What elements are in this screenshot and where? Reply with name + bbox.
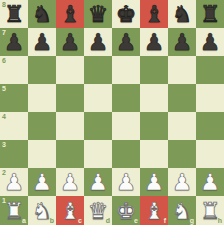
square-c6[interactable] [56, 56, 84, 84]
square-e4[interactable] [112, 112, 140, 140]
square-a3[interactable]: 3 [0, 140, 28, 168]
square-f7[interactable]: ♟ [140, 28, 168, 56]
square-d6[interactable] [84, 56, 112, 84]
piece-white-knight-g1[interactable]: ♞ [168, 196, 196, 225]
square-e6[interactable] [112, 56, 140, 84]
piece-white-pawn-d2[interactable]: ♟ [84, 168, 112, 196]
square-g5[interactable] [168, 84, 196, 112]
piece-black-pawn-f7[interactable]: ♟ [140, 28, 168, 56]
square-b7[interactable]: ♟ [28, 28, 56, 56]
piece-white-knight-b1[interactable]: ♞ [28, 196, 56, 225]
square-g7[interactable]: ♟ [168, 28, 196, 56]
square-h6[interactable] [196, 56, 224, 84]
piece-white-pawn-h2[interactable]: ♟ [196, 168, 224, 196]
square-d2[interactable]: ♟ [84, 168, 112, 196]
piece-black-knight-b8[interactable]: ♞ [28, 0, 56, 28]
square-b1[interactable]: b♞ [28, 196, 56, 225]
square-e3[interactable] [112, 140, 140, 168]
piece-black-rook-h8[interactable]: ♜ [196, 0, 224, 28]
piece-white-rook-a1[interactable]: ♜ [0, 196, 28, 225]
square-a6[interactable]: 6 [0, 56, 28, 84]
square-g8[interactable]: ♞ [168, 0, 196, 28]
piece-black-bishop-c8[interactable]: ♝ [56, 0, 84, 28]
square-f5[interactable] [140, 84, 168, 112]
square-c1[interactable]: c♝ [56, 196, 84, 225]
piece-black-pawn-b7[interactable]: ♟ [28, 28, 56, 56]
piece-white-pawn-a2[interactable]: ♟ [0, 168, 28, 196]
piece-white-pawn-e2[interactable]: ♟ [112, 168, 140, 196]
rank-label-5: 5 [2, 85, 6, 92]
square-d4[interactable] [84, 112, 112, 140]
square-c4[interactable] [56, 112, 84, 140]
square-b6[interactable] [28, 56, 56, 84]
square-h8[interactable]: ♜ [196, 0, 224, 28]
piece-black-pawn-a7[interactable]: ♟ [0, 28, 28, 56]
piece-black-pawn-g7[interactable]: ♟ [168, 28, 196, 56]
square-a8[interactable]: 8♜ [0, 0, 28, 28]
square-b3[interactable] [28, 140, 56, 168]
square-g1[interactable]: g♞ [168, 196, 196, 225]
piece-black-pawn-d7[interactable]: ♟ [84, 28, 112, 56]
piece-black-bishop-f8[interactable]: ♝ [140, 0, 168, 28]
square-d5[interactable] [84, 84, 112, 112]
square-a5[interactable]: 5 [0, 84, 28, 112]
square-a7[interactable]: 7♟ [0, 28, 28, 56]
square-e2[interactable]: ♟ [112, 168, 140, 196]
square-g2[interactable]: ♟ [168, 168, 196, 196]
square-f3[interactable] [140, 140, 168, 168]
piece-white-bishop-c1[interactable]: ♝ [56, 196, 84, 225]
piece-black-queen-d8[interactable]: ♛ [84, 0, 112, 28]
piece-white-rook-h1[interactable]: ♜ [196, 196, 224, 225]
chess-board: 8♜♞♝♛♚♝♞♜7♟♟♟♟♟♟♟♟65432♟♟♟♟♟♟♟♟1a♜b♞c♝d♛… [0, 0, 224, 225]
square-f1[interactable]: f♝ [140, 196, 168, 225]
rank-label-6: 6 [2, 57, 6, 64]
square-f6[interactable] [140, 56, 168, 84]
square-h2[interactable]: ♟ [196, 168, 224, 196]
square-d8[interactable]: ♛ [84, 0, 112, 28]
square-d7[interactable]: ♟ [84, 28, 112, 56]
square-d3[interactable] [84, 140, 112, 168]
piece-black-pawn-c7[interactable]: ♟ [56, 28, 84, 56]
piece-white-pawn-c2[interactable]: ♟ [56, 168, 84, 196]
square-h7[interactable]: ♟ [196, 28, 224, 56]
square-a4[interactable]: 4 [0, 112, 28, 140]
square-h1[interactable]: h♜ [196, 196, 224, 225]
piece-white-queen-d1[interactable]: ♛ [84, 196, 112, 225]
piece-white-bishop-f1[interactable]: ♝ [140, 196, 168, 225]
piece-white-king-e1[interactable]: ♚ [112, 196, 140, 225]
piece-black-pawn-h7[interactable]: ♟ [196, 28, 224, 56]
square-c3[interactable] [56, 140, 84, 168]
square-b8[interactable]: ♞ [28, 0, 56, 28]
square-d1[interactable]: d♛ [84, 196, 112, 225]
square-e8[interactable]: ♚ [112, 0, 140, 28]
square-h3[interactable] [196, 140, 224, 168]
square-h4[interactable] [196, 112, 224, 140]
square-f2[interactable]: ♟ [140, 168, 168, 196]
piece-white-pawn-b2[interactable]: ♟ [28, 168, 56, 196]
square-e5[interactable] [112, 84, 140, 112]
square-h5[interactable] [196, 84, 224, 112]
piece-black-knight-g8[interactable]: ♞ [168, 0, 196, 28]
square-c7[interactable]: ♟ [56, 28, 84, 56]
square-c8[interactable]: ♝ [56, 0, 84, 28]
piece-white-pawn-f2[interactable]: ♟ [140, 168, 168, 196]
piece-black-pawn-e7[interactable]: ♟ [112, 28, 140, 56]
square-c5[interactable] [56, 84, 84, 112]
rank-label-3: 3 [2, 141, 6, 148]
square-c2[interactable]: ♟ [56, 168, 84, 196]
piece-black-king-e8[interactable]: ♚ [112, 0, 140, 28]
square-b2[interactable]: ♟ [28, 168, 56, 196]
square-f4[interactable] [140, 112, 168, 140]
square-g3[interactable] [168, 140, 196, 168]
rank-label-4: 4 [2, 113, 6, 120]
square-a2[interactable]: 2♟ [0, 168, 28, 196]
square-b5[interactable] [28, 84, 56, 112]
piece-white-pawn-g2[interactable]: ♟ [168, 168, 196, 196]
square-e1[interactable]: e♚ [112, 196, 140, 225]
square-f8[interactable]: ♝ [140, 0, 168, 28]
square-g4[interactable] [168, 112, 196, 140]
square-b4[interactable] [28, 112, 56, 140]
piece-black-rook-a8[interactable]: ♜ [0, 0, 28, 28]
square-a1[interactable]: 1a♜ [0, 196, 28, 225]
square-e7[interactable]: ♟ [112, 28, 140, 56]
square-g6[interactable] [168, 56, 196, 84]
